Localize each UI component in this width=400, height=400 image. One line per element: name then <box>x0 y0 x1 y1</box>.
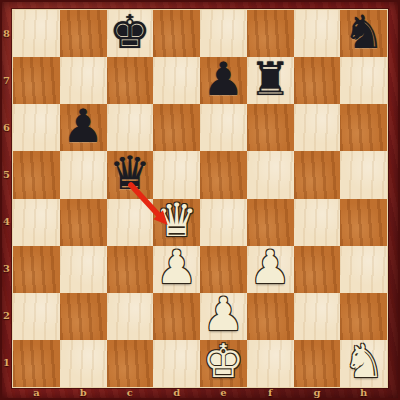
piece-black-king[interactable]: ♚ <box>109 9 150 55</box>
square-g3[interactable] <box>294 246 341 293</box>
square-c8[interactable]: ♚ <box>107 10 154 57</box>
square-a1[interactable] <box>13 340 60 387</box>
square-g4[interactable] <box>294 199 341 246</box>
square-d7[interactable] <box>153 57 200 104</box>
square-g2[interactable] <box>294 293 341 340</box>
rank-label-6: 6 <box>0 122 13 133</box>
square-a5[interactable] <box>13 151 60 198</box>
piece-white-pawn[interactable]: ♟ <box>156 244 197 290</box>
square-c3[interactable] <box>107 246 154 293</box>
square-g5[interactable] <box>294 151 341 198</box>
piece-black-rook[interactable]: ♜ <box>250 56 291 102</box>
board-squares: ♚♞♟♜♟♛♛♟♟♟♚♞ <box>13 10 387 387</box>
square-d1[interactable] <box>153 340 200 387</box>
piece-white-queen[interactable]: ♛ <box>156 197 197 243</box>
square-b3[interactable] <box>60 246 107 293</box>
square-e4[interactable] <box>200 199 247 246</box>
square-h1[interactable]: ♞ <box>340 340 387 387</box>
square-e5[interactable] <box>200 151 247 198</box>
square-c7[interactable] <box>107 57 154 104</box>
square-h4[interactable] <box>340 199 387 246</box>
square-b4[interactable] <box>60 199 107 246</box>
square-c2[interactable] <box>107 293 154 340</box>
file-label-b: b <box>60 387 107 400</box>
rank-label-4: 4 <box>0 216 13 227</box>
piece-black-knight[interactable]: ♞ <box>343 9 384 55</box>
square-b2[interactable] <box>60 293 107 340</box>
square-h6[interactable] <box>340 104 387 151</box>
rank-label-2: 2 <box>0 310 13 321</box>
square-a4[interactable] <box>13 199 60 246</box>
square-g1[interactable] <box>294 340 341 387</box>
square-f4[interactable] <box>247 199 294 246</box>
file-label-c: c <box>107 387 154 400</box>
square-e3[interactable] <box>200 246 247 293</box>
square-f8[interactable] <box>247 10 294 57</box>
square-a7[interactable] <box>13 57 60 104</box>
file-label-h: h <box>340 387 387 400</box>
chess-board: ♚♞♟♜♟♛♛♟♟♟♚♞ 87654321 abcdefgh <box>0 0 400 400</box>
square-c4[interactable] <box>107 199 154 246</box>
square-d5[interactable] <box>153 151 200 198</box>
square-c1[interactable] <box>107 340 154 387</box>
piece-black-pawn[interactable]: ♟ <box>203 56 244 102</box>
square-b6[interactable]: ♟ <box>60 104 107 151</box>
rank-label-5: 5 <box>0 169 13 180</box>
piece-white-knight[interactable]: ♞ <box>343 338 384 384</box>
square-h2[interactable] <box>340 293 387 340</box>
square-e2[interactable]: ♟ <box>200 293 247 340</box>
file-label-f: f <box>247 387 294 400</box>
rank-label-3: 3 <box>0 263 13 274</box>
piece-white-pawn[interactable]: ♟ <box>203 291 244 337</box>
square-c6[interactable] <box>107 104 154 151</box>
square-g6[interactable] <box>294 104 341 151</box>
square-f1[interactable] <box>247 340 294 387</box>
rank-label-1: 1 <box>0 357 13 368</box>
square-f6[interactable] <box>247 104 294 151</box>
square-d3[interactable]: ♟ <box>153 246 200 293</box>
rank-label-7: 7 <box>0 75 13 86</box>
square-h3[interactable] <box>340 246 387 293</box>
rank-label-8: 8 <box>0 28 13 39</box>
square-d2[interactable] <box>153 293 200 340</box>
piece-white-king[interactable]: ♚ <box>203 338 244 384</box>
piece-black-queen[interactable]: ♛ <box>109 150 150 196</box>
square-b1[interactable] <box>60 340 107 387</box>
square-a3[interactable] <box>13 246 60 293</box>
square-f7[interactable]: ♜ <box>247 57 294 104</box>
square-e8[interactable] <box>200 10 247 57</box>
square-h5[interactable] <box>340 151 387 198</box>
square-h8[interactable]: ♞ <box>340 10 387 57</box>
square-d8[interactable] <box>153 10 200 57</box>
square-d6[interactable] <box>153 104 200 151</box>
square-b7[interactable] <box>60 57 107 104</box>
square-e1[interactable]: ♚ <box>200 340 247 387</box>
square-e6[interactable] <box>200 104 247 151</box>
file-label-d: d <box>153 387 200 400</box>
square-h7[interactable] <box>340 57 387 104</box>
square-g8[interactable] <box>294 10 341 57</box>
square-a6[interactable] <box>13 104 60 151</box>
square-a8[interactable] <box>13 10 60 57</box>
file-label-e: e <box>200 387 247 400</box>
square-f3[interactable]: ♟ <box>247 246 294 293</box>
file-label-g: g <box>294 387 341 400</box>
square-c5[interactable]: ♛ <box>107 151 154 198</box>
square-f5[interactable] <box>247 151 294 198</box>
square-g7[interactable] <box>294 57 341 104</box>
file-label-a: a <box>13 387 60 400</box>
square-d4[interactable]: ♛ <box>153 199 200 246</box>
square-b5[interactable] <box>60 151 107 198</box>
square-e7[interactable]: ♟ <box>200 57 247 104</box>
piece-black-pawn[interactable]: ♟ <box>63 103 104 149</box>
piece-white-pawn[interactable]: ♟ <box>250 244 291 290</box>
square-a2[interactable] <box>13 293 60 340</box>
square-f2[interactable] <box>247 293 294 340</box>
square-b8[interactable] <box>60 10 107 57</box>
